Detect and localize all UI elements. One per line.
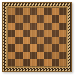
square-g8[interactable]: [52, 8, 59, 15]
square-g7[interactable]: [52, 15, 59, 22]
board-squares: [8, 8, 66, 66]
square-e7[interactable]: [37, 15, 44, 22]
square-g6[interactable]: [52, 23, 59, 30]
square-c4[interactable]: [23, 37, 30, 44]
square-g4[interactable]: [52, 37, 59, 44]
square-c2[interactable]: [23, 52, 30, 59]
square-e1[interactable]: [37, 59, 44, 66]
square-a5[interactable]: [8, 30, 15, 37]
photo-background: [0, 0, 75, 75]
square-h7[interactable]: [59, 15, 66, 22]
square-a1[interactable]: [8, 59, 15, 66]
square-b8[interactable]: [15, 8, 22, 15]
square-f6[interactable]: [44, 23, 51, 30]
square-a3[interactable]: [8, 44, 15, 51]
square-d4[interactable]: [30, 37, 37, 44]
square-a2[interactable]: [8, 52, 15, 59]
square-e6[interactable]: [37, 23, 44, 30]
square-h6[interactable]: [59, 23, 66, 30]
square-g3[interactable]: [52, 44, 59, 51]
square-b3[interactable]: [15, 44, 22, 51]
square-c1[interactable]: [23, 59, 30, 66]
square-b6[interactable]: [15, 23, 22, 30]
square-a6[interactable]: [8, 23, 15, 30]
square-b5[interactable]: [15, 30, 22, 37]
square-f7[interactable]: [44, 15, 51, 22]
square-f4[interactable]: [44, 37, 51, 44]
square-c3[interactable]: [23, 44, 30, 51]
square-f5[interactable]: [44, 30, 51, 37]
square-d3[interactable]: [30, 44, 37, 51]
square-e5[interactable]: [37, 30, 44, 37]
square-h3[interactable]: [59, 44, 66, 51]
square-b1[interactable]: [15, 59, 22, 66]
square-f3[interactable]: [44, 44, 51, 51]
square-a4[interactable]: [8, 37, 15, 44]
square-d6[interactable]: [30, 23, 37, 30]
square-d1[interactable]: [30, 59, 37, 66]
square-h5[interactable]: [59, 30, 66, 37]
square-c7[interactable]: [23, 15, 30, 22]
square-b7[interactable]: [15, 15, 22, 22]
square-d8[interactable]: [30, 8, 37, 15]
square-e2[interactable]: [37, 52, 44, 59]
square-h8[interactable]: [59, 8, 66, 15]
square-d7[interactable]: [30, 15, 37, 22]
square-c6[interactable]: [23, 23, 30, 30]
square-e8[interactable]: [37, 8, 44, 15]
square-e3[interactable]: [37, 44, 44, 51]
square-g2[interactable]: [52, 52, 59, 59]
square-g5[interactable]: [52, 30, 59, 37]
square-g1[interactable]: [52, 59, 59, 66]
square-e4[interactable]: [37, 37, 44, 44]
square-f8[interactable]: [44, 8, 51, 15]
chessboard: [2, 2, 72, 72]
square-d2[interactable]: [30, 52, 37, 59]
square-b2[interactable]: [15, 52, 22, 59]
square-a8[interactable]: [8, 8, 15, 15]
square-d5[interactable]: [30, 30, 37, 37]
square-h1[interactable]: [59, 59, 66, 66]
square-b4[interactable]: [15, 37, 22, 44]
square-f1[interactable]: [44, 59, 51, 66]
square-h2[interactable]: [59, 52, 66, 59]
square-f2[interactable]: [44, 52, 51, 59]
square-h4[interactable]: [59, 37, 66, 44]
square-c5[interactable]: [23, 30, 30, 37]
square-a7[interactable]: [8, 15, 15, 22]
square-c8[interactable]: [23, 8, 30, 15]
